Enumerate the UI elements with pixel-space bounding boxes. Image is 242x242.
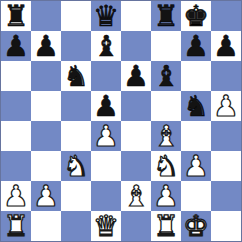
piece-white-bishop: ♝ <box>153 122 179 151</box>
piece-white-rook: ♜ <box>153 212 179 241</box>
piece-black-pawn: ♟ <box>213 32 239 61</box>
square-e7[interactable] <box>121 31 151 61</box>
chess-board: ♜♛♜♚♟♟♝♟♟♞♟♝♟♞♟♟♝♞♞♟♟♟♝♟♜♛♜♚ <box>0 0 242 242</box>
piece-white-pawn: ♟ <box>183 152 209 181</box>
square-c7[interactable] <box>61 31 91 61</box>
piece-black-king: ♚ <box>183 2 209 31</box>
square-a8[interactable]: ♜ <box>1 1 31 31</box>
square-d4[interactable]: ♟ <box>91 121 121 151</box>
square-e8[interactable] <box>121 1 151 31</box>
square-b6[interactable] <box>31 61 61 91</box>
piece-black-rook: ♜ <box>153 2 179 31</box>
square-d3[interactable] <box>91 151 121 181</box>
piece-black-bishop: ♝ <box>153 62 179 91</box>
square-c5[interactable] <box>61 91 91 121</box>
square-a4[interactable] <box>1 121 31 151</box>
square-f8[interactable]: ♜ <box>151 1 181 31</box>
square-c1[interactable] <box>61 211 91 241</box>
square-g7[interactable]: ♟ <box>181 31 211 61</box>
piece-black-knight: ♞ <box>63 62 89 91</box>
square-a1[interactable]: ♜ <box>1 211 31 241</box>
square-d1[interactable]: ♛ <box>91 211 121 241</box>
square-e3[interactable] <box>121 151 151 181</box>
square-f7[interactable] <box>151 31 181 61</box>
square-h7[interactable]: ♟ <box>211 31 241 61</box>
square-d8[interactable]: ♛ <box>91 1 121 31</box>
square-c6[interactable]: ♞ <box>61 61 91 91</box>
square-d6[interactable] <box>91 61 121 91</box>
piece-white-rook: ♜ <box>3 212 29 241</box>
square-h4[interactable] <box>211 121 241 151</box>
piece-black-bishop: ♝ <box>93 32 119 61</box>
square-d2[interactable] <box>91 181 121 211</box>
square-c4[interactable] <box>61 121 91 151</box>
piece-black-pawn: ♟ <box>123 62 149 91</box>
square-f5[interactable] <box>151 91 181 121</box>
piece-black-pawn: ♟ <box>93 92 119 121</box>
piece-white-queen: ♛ <box>93 212 119 241</box>
square-h3[interactable] <box>211 151 241 181</box>
square-b4[interactable] <box>31 121 61 151</box>
square-e2[interactable]: ♝ <box>121 181 151 211</box>
square-h5[interactable]: ♟ <box>211 91 241 121</box>
square-g5[interactable]: ♞ <box>181 91 211 121</box>
square-h2[interactable] <box>211 181 241 211</box>
square-b1[interactable] <box>31 211 61 241</box>
piece-white-pawn: ♟ <box>33 182 59 211</box>
square-d5[interactable]: ♟ <box>91 91 121 121</box>
piece-black-knight: ♞ <box>183 92 209 121</box>
square-g6[interactable] <box>181 61 211 91</box>
piece-white-pawn: ♟ <box>3 182 29 211</box>
square-a2[interactable]: ♟ <box>1 181 31 211</box>
piece-white-pawn: ♟ <box>213 92 239 121</box>
square-b2[interactable]: ♟ <box>31 181 61 211</box>
square-c3[interactable]: ♞ <box>61 151 91 181</box>
piece-black-queen: ♛ <box>93 2 119 31</box>
square-a3[interactable] <box>1 151 31 181</box>
square-f2[interactable]: ♟ <box>151 181 181 211</box>
square-b7[interactable]: ♟ <box>31 31 61 61</box>
square-d7[interactable]: ♝ <box>91 31 121 61</box>
square-a5[interactable] <box>1 91 31 121</box>
square-f3[interactable]: ♞ <box>151 151 181 181</box>
piece-black-rook: ♜ <box>3 2 29 31</box>
square-e1[interactable] <box>121 211 151 241</box>
piece-white-knight: ♞ <box>63 152 89 181</box>
piece-black-pawn: ♟ <box>3 32 29 61</box>
piece-white-knight: ♞ <box>153 152 179 181</box>
square-e6[interactable]: ♟ <box>121 61 151 91</box>
square-f1[interactable]: ♜ <box>151 211 181 241</box>
square-g3[interactable]: ♟ <box>181 151 211 181</box>
piece-black-pawn: ♟ <box>33 32 59 61</box>
square-b3[interactable] <box>31 151 61 181</box>
square-h1[interactable] <box>211 211 241 241</box>
square-h6[interactable] <box>211 61 241 91</box>
square-f4[interactable]: ♝ <box>151 121 181 151</box>
square-a7[interactable]: ♟ <box>1 31 31 61</box>
piece-white-bishop: ♝ <box>123 182 149 211</box>
square-g4[interactable] <box>181 121 211 151</box>
piece-white-pawn: ♟ <box>153 182 179 211</box>
piece-white-pawn: ♟ <box>93 122 119 151</box>
square-a6[interactable] <box>1 61 31 91</box>
chess-diagram: ♜♛♜♚♟♟♝♟♟♞♟♝♟♞♟♟♝♞♞♟♟♟♝♟♜♛♜♚ <box>0 0 242 242</box>
square-h8[interactable] <box>211 1 241 31</box>
piece-black-pawn: ♟ <box>183 32 209 61</box>
square-b8[interactable] <box>31 1 61 31</box>
square-c8[interactable] <box>61 1 91 31</box>
square-g8[interactable]: ♚ <box>181 1 211 31</box>
piece-white-king: ♚ <box>183 212 209 241</box>
square-b5[interactable] <box>31 91 61 121</box>
square-g2[interactable] <box>181 181 211 211</box>
square-f6[interactable]: ♝ <box>151 61 181 91</box>
square-e5[interactable] <box>121 91 151 121</box>
square-c2[interactable] <box>61 181 91 211</box>
square-e4[interactable] <box>121 121 151 151</box>
square-g1[interactable]: ♚ <box>181 211 211 241</box>
